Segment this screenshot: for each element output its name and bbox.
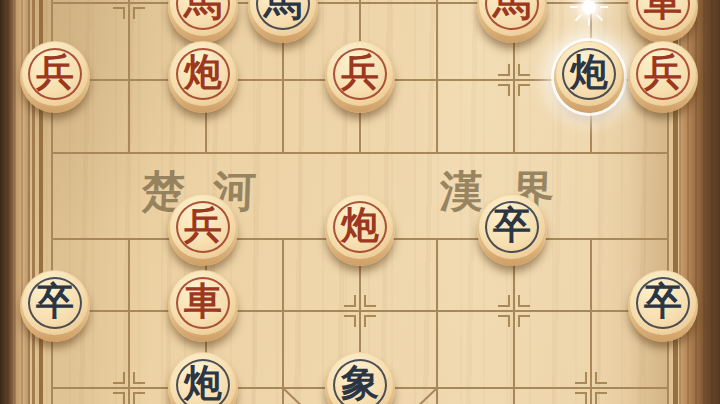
piece-character: 炮 xyxy=(170,364,236,402)
piece-red-chariot[interactable]: 車 xyxy=(168,270,238,342)
piece-red-soldier[interactable]: 兵 xyxy=(325,41,395,113)
piece-character: 兵 xyxy=(630,53,696,91)
piece-character: 兵 xyxy=(327,53,393,91)
position-marker xyxy=(113,0,145,19)
piece-character: 兵 xyxy=(22,53,88,91)
piece-character: 卒 xyxy=(479,206,545,244)
piece-red-soldier[interactable]: 兵 xyxy=(168,194,238,266)
piece-character: 卒 xyxy=(630,282,696,320)
piece-character: 車 xyxy=(630,0,696,21)
piece-black-soldier[interactable]: 卒 xyxy=(477,194,547,266)
piece-character: 馬 xyxy=(170,0,236,21)
piece-character: 象 xyxy=(327,364,393,402)
piece-black-soldier[interactable]: 卒 xyxy=(20,270,90,342)
piece-character: 兵 xyxy=(170,206,236,244)
piece-red-cannon[interactable]: 炮 xyxy=(168,41,238,113)
piece-character: 馬 xyxy=(250,0,316,21)
piece-character: 炮 xyxy=(327,206,393,244)
piece-character: 車 xyxy=(170,282,236,320)
piece-character: 馬 xyxy=(479,0,545,21)
position-marker xyxy=(113,372,145,404)
piece-red-cannon[interactable]: 炮 xyxy=(325,194,395,266)
position-marker xyxy=(498,295,530,327)
position-marker xyxy=(575,372,607,404)
piece-character: 炮 xyxy=(170,53,236,91)
piece-red-soldier[interactable]: 兵 xyxy=(20,41,90,113)
piece-character: 炮 xyxy=(556,53,622,91)
position-marker xyxy=(498,64,530,96)
piece-character: 卒 xyxy=(22,282,88,320)
position-marker xyxy=(344,295,376,327)
xiangqi-game-screen: 楚河 漢界 馬馬馬車兵炮兵炮兵兵炮卒卒車卒炮象 xyxy=(0,0,720,404)
piece-black-cannon[interactable]: 炮 xyxy=(554,41,624,113)
piece-red-soldier[interactable]: 兵 xyxy=(628,41,698,113)
piece-black-soldier[interactable]: 卒 xyxy=(628,270,698,342)
